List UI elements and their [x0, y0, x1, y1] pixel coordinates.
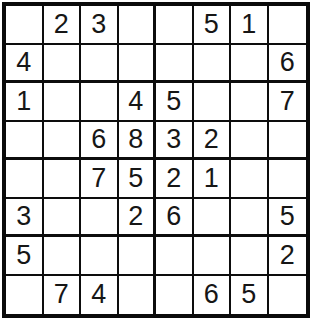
- cell-r6c5: 6: [156, 199, 194, 238]
- cell-r2c7[interactable]: [231, 45, 269, 84]
- cell-r8c4[interactable]: [119, 276, 157, 315]
- cell-r1c7: 1: [231, 6, 269, 45]
- cell-r6c2[interactable]: [44, 199, 82, 238]
- cell-r1c2: 2: [44, 6, 82, 45]
- cell-r5c8[interactable]: [269, 160, 307, 199]
- cell-r8c5[interactable]: [156, 276, 194, 315]
- cell-r3c2[interactable]: [44, 83, 82, 122]
- cell-r6c6[interactable]: [194, 199, 232, 238]
- sudoku-board: 2351461457683275213265527465: [2, 2, 310, 318]
- cell-r4c8[interactable]: [269, 122, 307, 161]
- cell-r4c6: 2: [194, 122, 232, 161]
- puzzle-canvas: 2351461457683275213265527465: [0, 0, 312, 320]
- cell-r5c4: 5: [119, 160, 157, 199]
- cell-r1c1[interactable]: [6, 6, 44, 45]
- cell-r8c6: 6: [194, 276, 232, 315]
- cell-r7c2[interactable]: [44, 237, 82, 276]
- cell-r3c7[interactable]: [231, 83, 269, 122]
- cell-r7c4[interactable]: [119, 237, 157, 276]
- cell-r7c6[interactable]: [194, 237, 232, 276]
- cell-r3c6[interactable]: [194, 83, 232, 122]
- cell-r1c3: 3: [81, 6, 119, 45]
- cell-r3c8: 7: [269, 83, 307, 122]
- cell-r6c7[interactable]: [231, 199, 269, 238]
- cell-r5c1[interactable]: [6, 160, 44, 199]
- cell-r7c1: 5: [6, 237, 44, 276]
- cell-r2c5[interactable]: [156, 45, 194, 84]
- cell-r6c4: 2: [119, 199, 157, 238]
- cell-r4c1[interactable]: [6, 122, 44, 161]
- cell-r7c5[interactable]: [156, 237, 194, 276]
- cell-r4c2[interactable]: [44, 122, 82, 161]
- cell-r2c8: 6: [269, 45, 307, 84]
- cell-r1c8[interactable]: [269, 6, 307, 45]
- cell-r3c3[interactable]: [81, 83, 119, 122]
- cell-r5c6: 1: [194, 160, 232, 199]
- cell-r4c7[interactable]: [231, 122, 269, 161]
- cell-r2c1: 4: [6, 45, 44, 84]
- cell-r5c5: 2: [156, 160, 194, 199]
- cell-r1c4[interactable]: [119, 6, 157, 45]
- cell-r4c5: 3: [156, 122, 194, 161]
- cell-r8c7: 5: [231, 276, 269, 315]
- cell-r6c8: 5: [269, 199, 307, 238]
- cell-r5c3: 7: [81, 160, 119, 199]
- cell-r6c3[interactable]: [81, 199, 119, 238]
- cell-r7c7[interactable]: [231, 237, 269, 276]
- cell-r2c4[interactable]: [119, 45, 157, 84]
- cell-r5c7[interactable]: [231, 160, 269, 199]
- cell-r4c3: 6: [81, 122, 119, 161]
- cell-r2c6[interactable]: [194, 45, 232, 84]
- cell-r4c4: 8: [119, 122, 157, 161]
- cell-r8c2: 7: [44, 276, 82, 315]
- cell-r7c3[interactable]: [81, 237, 119, 276]
- cell-r3c1: 1: [6, 83, 44, 122]
- cell-r1c6: 5: [194, 6, 232, 45]
- cell-r8c3: 4: [81, 276, 119, 315]
- cell-r8c1[interactable]: [6, 276, 44, 315]
- cell-r7c8: 2: [269, 237, 307, 276]
- cell-r2c3[interactable]: [81, 45, 119, 84]
- cell-r6c1: 3: [6, 199, 44, 238]
- cell-r2c2[interactable]: [44, 45, 82, 84]
- cell-r3c4: 4: [119, 83, 157, 122]
- cell-r8c8[interactable]: [269, 276, 307, 315]
- cell-r3c5: 5: [156, 83, 194, 122]
- cell-r1c5[interactable]: [156, 6, 194, 45]
- cell-r5c2[interactable]: [44, 160, 82, 199]
